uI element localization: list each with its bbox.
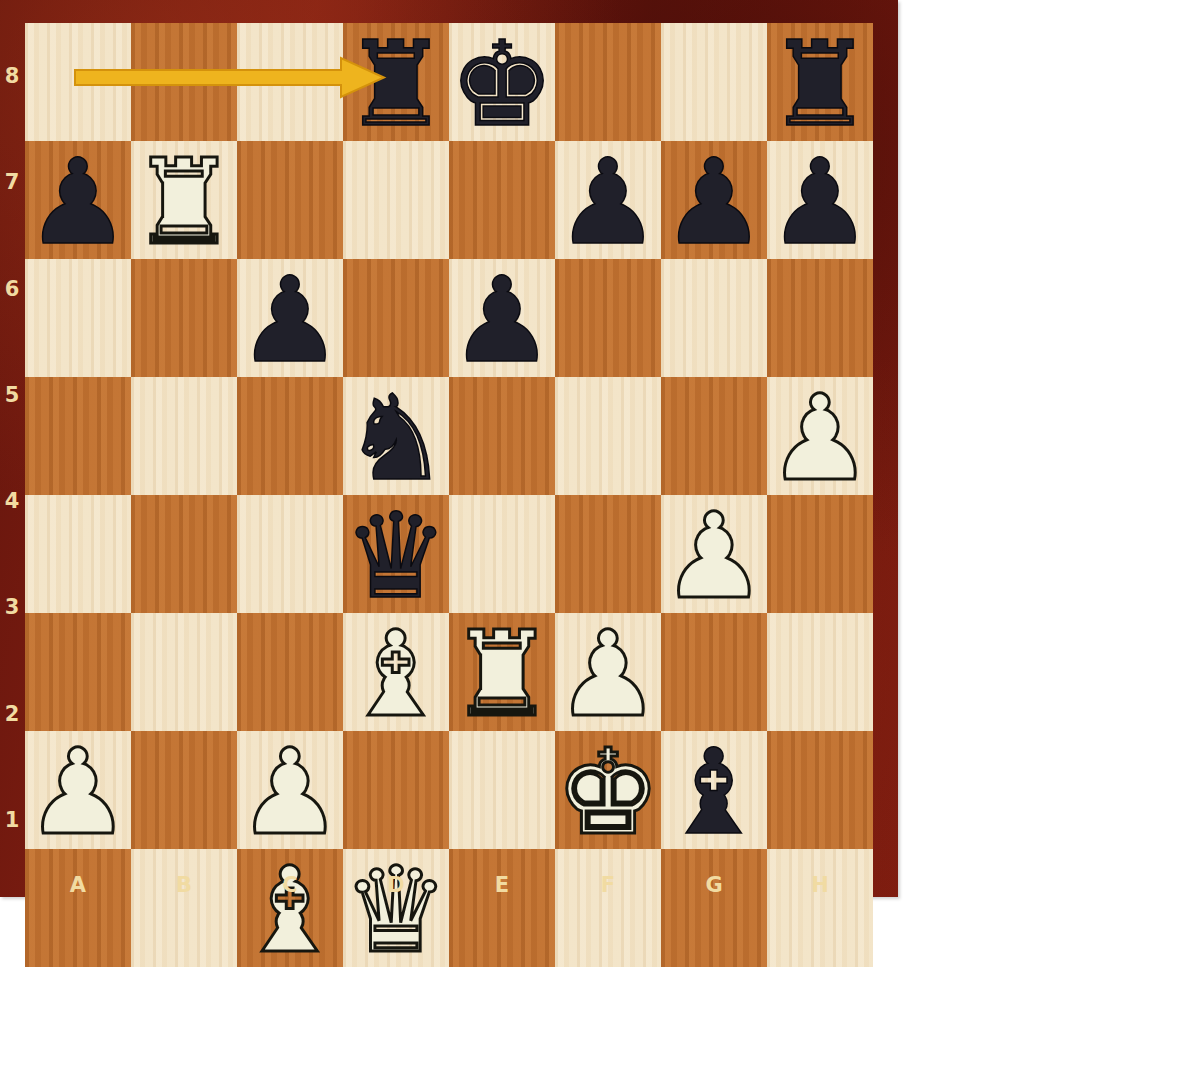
file-label-B: B [176,873,192,897]
square-b1[interactable] [131,849,237,967]
square-d8[interactable]: ♜ [343,23,449,141]
piece-white-rook[interactable]: ♜ [131,143,237,261]
square-c7[interactable] [237,141,343,259]
square-c2[interactable]: ♟ [237,731,343,849]
square-g8[interactable] [661,23,767,141]
piece-black-pawn[interactable]: ♟ [25,143,131,261]
square-d2[interactable] [343,731,449,849]
piece-white-bishop[interactable]: ♝ [343,615,449,733]
square-f5[interactable] [555,377,661,495]
square-c6[interactable]: ♟ [237,259,343,377]
file-label-F: F [601,873,615,897]
square-g6[interactable] [661,259,767,377]
file-label-A: A [70,873,86,897]
piece-white-bishop[interactable]: ♝ [237,851,343,969]
piece-black-rook[interactable]: ♜ [343,25,449,143]
chessboard: ♜♚♜♟♜♟♟♟♟♟♞♟♛♟♝♜♟♟♟♚♝♝♛ 87654321 ABCDEFG… [0,0,898,897]
square-e2[interactable] [449,731,555,849]
square-c4[interactable] [237,495,343,613]
page-background: ♜♚♜♟♜♟♟♟♟♟♞♟♛♟♝♜♟♟♟♚♝♝♛ 87654321 ABCDEFG… [0,0,1200,1065]
square-e1[interactable] [449,849,555,967]
piece-black-knight[interactable]: ♞ [343,379,449,497]
square-b2[interactable] [131,731,237,849]
piece-white-pawn[interactable]: ♟ [25,733,131,851]
square-g3[interactable] [661,613,767,731]
square-h2[interactable] [767,731,873,849]
rank-label-1: 1 [5,808,20,832]
square-e8[interactable]: ♚ [449,23,555,141]
square-a6[interactable] [25,259,131,377]
square-f2[interactable]: ♚ [555,731,661,849]
piece-black-rook[interactable]: ♜ [767,25,873,143]
piece-white-rook[interactable]: ♜ [449,615,555,733]
square-c5[interactable] [237,377,343,495]
board-grid: ♜♚♜♟♜♟♟♟♟♟♞♟♛♟♝♜♟♟♟♚♝♝♛ [25,23,873,873]
square-h4[interactable] [767,495,873,613]
square-d1[interactable]: ♛ [343,849,449,967]
rank-label-3: 3 [5,595,20,619]
piece-black-pawn[interactable]: ♟ [237,261,343,379]
square-e6[interactable]: ♟ [449,259,555,377]
square-b3[interactable] [131,613,237,731]
file-label-G: G [705,873,722,897]
piece-white-pawn[interactable]: ♟ [555,615,661,733]
square-b7[interactable]: ♜ [131,141,237,259]
square-f3[interactable]: ♟ [555,613,661,731]
square-e3[interactable]: ♜ [449,613,555,731]
square-g5[interactable] [661,377,767,495]
square-f4[interactable] [555,495,661,613]
square-a3[interactable] [25,613,131,731]
file-label-H: H [811,873,829,897]
rank-label-4: 4 [5,489,20,513]
square-e5[interactable] [449,377,555,495]
file-label-C: C [282,873,297,897]
square-e7[interactable] [449,141,555,259]
square-c8[interactable] [237,23,343,141]
piece-black-king[interactable]: ♚ [449,25,555,143]
square-b8[interactable] [131,23,237,141]
piece-white-pawn[interactable]: ♟ [661,497,767,615]
square-b6[interactable] [131,259,237,377]
square-a2[interactable]: ♟ [25,731,131,849]
file-label-E: E [495,873,509,897]
square-a8[interactable] [25,23,131,141]
square-f6[interactable] [555,259,661,377]
square-g4[interactable]: ♟ [661,495,767,613]
piece-black-queen[interactable]: ♛ [343,497,449,615]
square-g7[interactable]: ♟ [661,141,767,259]
square-h5[interactable]: ♟ [767,377,873,495]
piece-white-pawn[interactable]: ♟ [767,379,873,497]
piece-black-bishop[interactable]: ♝ [661,733,767,851]
square-h3[interactable] [767,613,873,731]
square-h7[interactable]: ♟ [767,141,873,259]
file-label-D: D [387,873,404,897]
rank-label-2: 2 [5,702,20,726]
square-f7[interactable]: ♟ [555,141,661,259]
square-c3[interactable] [237,613,343,731]
piece-black-pawn[interactable]: ♟ [555,143,661,261]
square-d7[interactable] [343,141,449,259]
square-f1[interactable] [555,849,661,967]
square-a4[interactable] [25,495,131,613]
square-h8[interactable]: ♜ [767,23,873,141]
square-d3[interactable]: ♝ [343,613,449,731]
piece-white-pawn[interactable]: ♟ [237,733,343,851]
square-h1[interactable] [767,849,873,967]
square-a7[interactable]: ♟ [25,141,131,259]
piece-white-king[interactable]: ♚ [555,733,661,851]
rank-label-7: 7 [5,170,20,194]
square-g2[interactable]: ♝ [661,731,767,849]
square-d4[interactable]: ♛ [343,495,449,613]
square-g1[interactable] [661,849,767,967]
piece-black-pawn[interactable]: ♟ [767,143,873,261]
square-b4[interactable] [131,495,237,613]
rank-label-6: 6 [5,277,20,301]
square-h6[interactable] [767,259,873,377]
square-c1[interactable]: ♝ [237,849,343,967]
square-a1[interactable] [25,849,131,967]
piece-white-queen[interactable]: ♛ [343,851,449,969]
square-f8[interactable] [555,23,661,141]
square-b5[interactable] [131,377,237,495]
square-d5[interactable]: ♞ [343,377,449,495]
square-e4[interactable] [449,495,555,613]
rank-label-8: 8 [5,64,20,88]
square-a5[interactable] [25,377,131,495]
square-d6[interactable] [343,259,449,377]
piece-black-pawn[interactable]: ♟ [661,143,767,261]
piece-black-pawn[interactable]: ♟ [449,261,555,379]
rank-label-5: 5 [5,383,20,407]
